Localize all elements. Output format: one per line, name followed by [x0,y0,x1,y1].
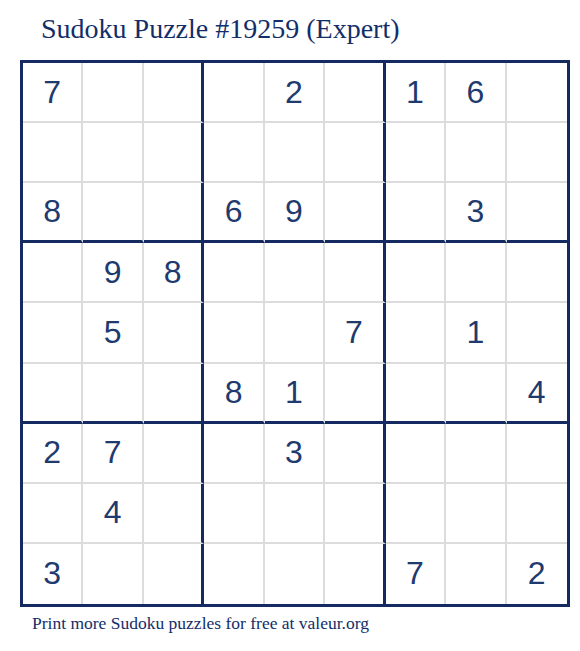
cell-r3c9 [507,183,567,243]
page-title: Sudoku Puzzle #19259 (Expert) [41,13,400,45]
cell-r6c3 [144,364,204,424]
cell-r8c7 [386,484,446,544]
cell-r1c7: 1 [386,63,446,123]
cell-r3c2 [83,183,143,243]
cell-r8c9 [507,484,567,544]
cell-r1c9 [507,63,567,123]
cell-r3c1: 8 [23,183,83,243]
cell-r7c8 [446,424,506,484]
footer-text: Print more Sudoku puzzles for free at va… [32,613,369,634]
cell-r7c2: 7 [83,424,143,484]
cell-r2c1 [23,123,83,183]
cell-r9c1: 3 [23,544,83,604]
cell-r4c7 [386,243,446,303]
cell-r6c8 [446,364,506,424]
cell-r1c2 [83,63,143,123]
cell-r8c3 [144,484,204,544]
sudoku-grid: 72168693985718142734372 [20,60,570,607]
cell-r5c5 [265,303,325,363]
cell-r2c4 [204,123,264,183]
cell-r7c3 [144,424,204,484]
cell-r2c8 [446,123,506,183]
cell-r9c5 [265,544,325,604]
cell-r4c9 [507,243,567,303]
cell-r2c3 [144,123,204,183]
cell-r5c3 [144,303,204,363]
cell-r4c6 [325,243,385,303]
cell-r3c7 [386,183,446,243]
cell-r6c9: 4 [507,364,567,424]
cell-r2c5 [265,123,325,183]
cell-r8c5 [265,484,325,544]
cell-r1c5: 2 [265,63,325,123]
cell-r4c5 [265,243,325,303]
cell-r8c6 [325,484,385,544]
cell-r8c2: 4 [83,484,143,544]
cell-r7c6 [325,424,385,484]
cell-r2c7 [386,123,446,183]
cell-r4c3: 8 [144,243,204,303]
cell-r9c4 [204,544,264,604]
cell-r5c2: 5 [83,303,143,363]
cell-r5c9 [507,303,567,363]
cell-r7c4 [204,424,264,484]
cell-r7c1: 2 [23,424,83,484]
cell-r9c3 [144,544,204,604]
cell-r7c5: 3 [265,424,325,484]
cell-r5c6: 7 [325,303,385,363]
cell-r3c5: 9 [265,183,325,243]
cell-r7c7 [386,424,446,484]
cell-r3c4: 6 [204,183,264,243]
cell-r9c7: 7 [386,544,446,604]
cell-r6c5: 1 [265,364,325,424]
cell-r5c1 [23,303,83,363]
cell-r8c1 [23,484,83,544]
cell-r4c8 [446,243,506,303]
cell-r6c1 [23,364,83,424]
cell-r6c6 [325,364,385,424]
cell-r5c4 [204,303,264,363]
cell-r6c2 [83,364,143,424]
cell-r2c6 [325,123,385,183]
cell-r5c8: 1 [446,303,506,363]
cell-r6c7 [386,364,446,424]
cell-r1c3 [144,63,204,123]
cell-r4c4 [204,243,264,303]
cell-r9c9: 2 [507,544,567,604]
cell-r3c3 [144,183,204,243]
cell-r5c7 [386,303,446,363]
cell-r1c8: 6 [446,63,506,123]
cell-r9c2 [83,544,143,604]
cell-r2c9 [507,123,567,183]
cell-r4c2: 9 [83,243,143,303]
cell-r3c8: 3 [446,183,506,243]
cell-r9c6 [325,544,385,604]
cell-r6c4: 8 [204,364,264,424]
cell-r4c1 [23,243,83,303]
cell-r1c6 [325,63,385,123]
cell-r9c8 [446,544,506,604]
cell-r1c4 [204,63,264,123]
cell-r2c2 [83,123,143,183]
cell-r8c8 [446,484,506,544]
cell-r3c6 [325,183,385,243]
cell-r8c4 [204,484,264,544]
cell-r1c1: 7 [23,63,83,123]
cell-r7c9 [507,424,567,484]
